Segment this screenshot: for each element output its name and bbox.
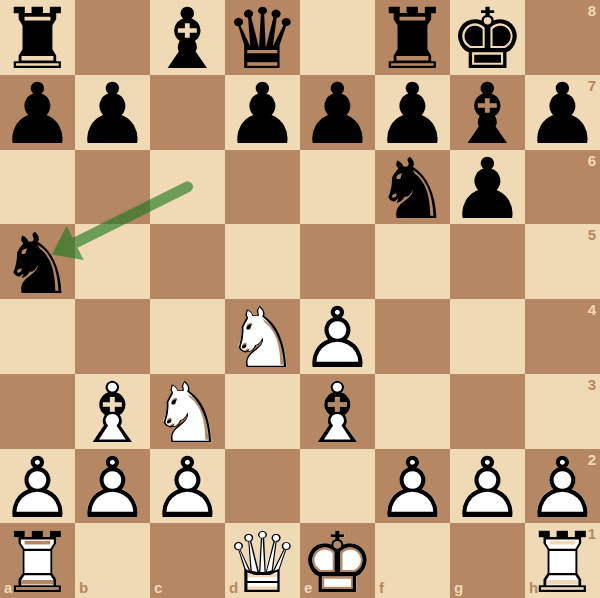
square-g3[interactable]	[450, 374, 525, 449]
square-e4[interactable]: ♟♙	[300, 299, 375, 374]
square-h5[interactable]: 5	[525, 224, 600, 299]
square-d3[interactable]	[225, 374, 300, 449]
square-c8[interactable]: ♝	[150, 0, 225, 75]
square-g8[interactable]: ♚	[450, 0, 525, 75]
square-d8[interactable]: ♛	[225, 0, 300, 75]
square-h1[interactable]: 1h♜♖	[525, 523, 600, 598]
square-g2[interactable]: ♟♙	[450, 449, 525, 524]
square-g6[interactable]: ♟	[450, 150, 525, 225]
white-pawn[interactable]: ♟♙	[150, 451, 225, 526]
square-b2[interactable]: ♟♙	[75, 449, 150, 524]
coord-file-g: g	[454, 580, 463, 595]
square-d7[interactable]: ♟	[225, 75, 300, 150]
square-c5[interactable]	[150, 224, 225, 299]
coord-rank-4: 4	[588, 302, 596, 317]
square-a2[interactable]: ♟♙	[0, 449, 75, 524]
square-g7[interactable]: ♝	[450, 75, 525, 150]
square-h2[interactable]: 2♟♙	[525, 449, 600, 524]
white-piece-outline: ♙	[375, 451, 450, 526]
square-b7[interactable]: ♟	[75, 75, 150, 150]
coord-rank-8: 8	[588, 3, 596, 18]
black-pawn[interactable]: ♟	[450, 152, 525, 227]
white-pawn[interactable]: ♟♙	[450, 451, 525, 526]
square-d2[interactable]	[225, 449, 300, 524]
square-e7[interactable]: ♟	[300, 75, 375, 150]
square-h8[interactable]: 8	[525, 0, 600, 75]
square-d1[interactable]: d♛♕	[225, 523, 300, 598]
white-piece-outline: ♙	[75, 451, 150, 526]
coord-file-f: f	[379, 580, 384, 595]
square-a4[interactable]	[0, 299, 75, 374]
square-b8[interactable]	[75, 0, 150, 75]
square-d4[interactable]: ♞♘	[225, 299, 300, 374]
coord-file-c: c	[154, 580, 162, 595]
square-e6[interactable]	[300, 150, 375, 225]
square-e3[interactable]: ♝♗	[300, 374, 375, 449]
white-piece-outline: ♔	[300, 525, 375, 598]
square-e8[interactable]	[300, 0, 375, 75]
square-f4[interactable]	[375, 299, 450, 374]
square-a7[interactable]: ♟	[0, 75, 75, 150]
white-pawn[interactable]: ♟♙	[375, 451, 450, 526]
square-e1[interactable]: e♚♔	[300, 523, 375, 598]
white-piece-outline: ♘	[225, 301, 300, 376]
square-b4[interactable]	[75, 299, 150, 374]
square-c4[interactable]	[150, 299, 225, 374]
white-piece-outline: ♗	[300, 376, 375, 451]
black-bishop[interactable]: ♝	[150, 2, 225, 77]
square-h3[interactable]: 3	[525, 374, 600, 449]
white-rook[interactable]: ♜♖	[525, 525, 600, 598]
square-b3[interactable]: ♝♗	[75, 374, 150, 449]
coord-file-b: b	[79, 580, 88, 595]
square-d5[interactable]	[225, 224, 300, 299]
white-king[interactable]: ♚♔	[300, 525, 375, 598]
square-h7[interactable]: 7♟	[525, 75, 600, 150]
black-pawn[interactable]: ♟	[0, 77, 75, 152]
white-rook[interactable]: ♜♖	[0, 525, 75, 598]
square-b1[interactable]: b	[75, 523, 150, 598]
square-f1[interactable]: f	[375, 523, 450, 598]
square-f8[interactable]: ♜	[375, 0, 450, 75]
square-g1[interactable]: g	[450, 523, 525, 598]
square-e5[interactable]	[300, 224, 375, 299]
white-knight[interactable]: ♞♘	[225, 301, 300, 376]
square-c2[interactable]: ♟♙	[150, 449, 225, 524]
square-a3[interactable]	[0, 374, 75, 449]
square-a6[interactable]	[0, 150, 75, 225]
square-c3[interactable]: ♞♘	[150, 374, 225, 449]
black-knight[interactable]: ♞	[0, 226, 75, 301]
coord-rank-6: 6	[588, 153, 596, 168]
square-a1[interactable]: a♜♖	[0, 523, 75, 598]
white-piece-outline: ♖	[525, 525, 600, 598]
black-pawn[interactable]: ♟	[525, 77, 600, 152]
square-f3[interactable]	[375, 374, 450, 449]
white-bishop[interactable]: ♝♗	[300, 376, 375, 451]
square-c1[interactable]: c	[150, 523, 225, 598]
black-pawn[interactable]: ♟	[225, 77, 300, 152]
square-e2[interactable]	[300, 449, 375, 524]
square-f5[interactable]	[375, 224, 450, 299]
square-d6[interactable]	[225, 150, 300, 225]
chess-board: ♜♝♛♜♚8♟♟♟♟♟♝7♟♞♟6♞5♞♘♟♙4♝♗♞♘♝♗3♟♙♟♙♟♙♟♙♟…	[0, 0, 600, 598]
square-a8[interactable]: ♜	[0, 0, 75, 75]
black-knight[interactable]: ♞	[375, 152, 450, 227]
square-g5[interactable]	[450, 224, 525, 299]
square-c7[interactable]	[150, 75, 225, 150]
square-f2[interactable]: ♟♙	[375, 449, 450, 524]
square-h4[interactable]: 4	[525, 299, 600, 374]
black-pawn[interactable]: ♟	[75, 77, 150, 152]
square-g4[interactable]	[450, 299, 525, 374]
white-pawn[interactable]: ♟♙	[75, 451, 150, 526]
square-b6[interactable]	[75, 150, 150, 225]
white-piece-outline: ♕	[225, 525, 300, 598]
square-h6[interactable]: 6	[525, 150, 600, 225]
square-a5[interactable]: ♞	[0, 224, 75, 299]
white-piece-outline: ♙	[150, 451, 225, 526]
square-f6[interactable]: ♞	[375, 150, 450, 225]
white-piece-outline: ♖	[0, 525, 75, 598]
white-queen[interactable]: ♛♕	[225, 525, 300, 598]
square-c6[interactable]	[150, 150, 225, 225]
white-piece-outline: ♙	[450, 451, 525, 526]
coord-rank-5: 5	[588, 227, 596, 242]
square-f7[interactable]: ♟	[375, 75, 450, 150]
black-pawn[interactable]: ♟	[300, 77, 375, 152]
coord-rank-3: 3	[588, 377, 596, 392]
square-b5[interactable]	[75, 224, 150, 299]
